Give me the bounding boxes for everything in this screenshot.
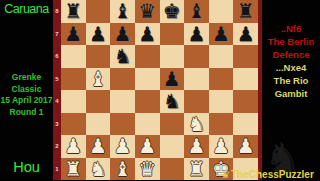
square-f2: ♟ — [184, 135, 209, 158]
piece-black-pawn: ♟ — [135, 23, 160, 46]
annotation-line: Defence — [262, 48, 320, 61]
piece-white-pawn: ♟ — [110, 135, 135, 158]
square-g2: ♟ — [209, 135, 234, 158]
channel-watermark: ♛ TheChessPuzzler — [221, 169, 314, 180]
square-d4 — [135, 90, 160, 113]
square-g4 — [209, 90, 234, 113]
piece-black-king: ♚ — [160, 0, 185, 23]
square-e6 — [160, 45, 185, 68]
piece-white-knight: ♞ — [86, 158, 111, 181]
square-h6 — [233, 45, 258, 68]
move-annotations: ..Nf6The BerlinDefence...Nxe4The RioGamb… — [262, 22, 320, 100]
square-f6 — [184, 45, 209, 68]
piece-black-knight: ♞ — [160, 90, 185, 113]
square-h8: ♜ — [233, 0, 258, 23]
event-line: Round 1 — [0, 107, 53, 119]
piece-black-pawn: ♟ — [86, 23, 111, 46]
piece-black-pawn: ♟ — [233, 23, 258, 46]
square-b4 — [86, 90, 111, 113]
piece-white-bishop: ♝ — [86, 68, 111, 91]
square-e2 — [160, 135, 185, 158]
square-h2: ♟ — [233, 135, 258, 158]
rank-label-7: 7 — [53, 23, 61, 46]
rank-label-1: 1 — [53, 158, 61, 181]
square-g7: ♟ — [209, 23, 234, 46]
chess-board-frame: 87654321 ♜♝♛♚♝♜♟♟♟♟♟♟♟♞♝♟♞♞♟♟♟♟♟♟♟♜♞♝♛♜♚ — [53, 0, 262, 180]
square-c1: ♝ — [110, 158, 135, 181]
square-a3 — [61, 113, 86, 136]
square-f5 — [184, 68, 209, 91]
piece-white-pawn: ♟ — [209, 135, 234, 158]
square-d6 — [135, 45, 160, 68]
square-a4 — [61, 90, 86, 113]
square-h4 — [233, 90, 258, 113]
square-c6: ♞ — [110, 45, 135, 68]
square-e1 — [160, 158, 185, 181]
square-g3 — [209, 113, 234, 136]
square-b2: ♟ — [86, 135, 111, 158]
square-d5 — [135, 68, 160, 91]
square-a7: ♟ — [61, 23, 86, 46]
crown-icon: ♛ — [221, 169, 230, 180]
square-c7: ♟ — [110, 23, 135, 46]
square-c3 — [110, 113, 135, 136]
rank-label-6: 6 — [53, 45, 61, 68]
square-b5: ♝ — [86, 68, 111, 91]
event-line: Grenke — [0, 72, 53, 84]
rank-label-4: 4 — [53, 90, 61, 113]
square-a8: ♜ — [61, 0, 86, 23]
event-line: 15 April 2017 — [0, 95, 53, 107]
square-f1: ♜ — [184, 158, 209, 181]
square-f4 — [184, 90, 209, 113]
piece-white-pawn: ♟ — [86, 135, 111, 158]
annotation-line: ..Nf6 — [262, 22, 320, 35]
square-d7: ♟ — [135, 23, 160, 46]
square-e5: ♟ — [160, 68, 185, 91]
rank-label-5: 5 — [53, 68, 61, 91]
square-e3 — [160, 113, 185, 136]
left-info-panel: Caruana GrenkeClassic15 April 2017Round … — [0, 0, 53, 180]
square-e8: ♚ — [160, 0, 185, 23]
square-g8 — [209, 0, 234, 23]
square-b8 — [86, 0, 111, 23]
piece-black-rook: ♜ — [61, 0, 86, 23]
chess-board: ♜♝♛♚♝♜♟♟♟♟♟♟♟♞♝♟♞♞♟♟♟♟♟♟♟♜♞♝♛♜♚ — [61, 0, 258, 180]
square-b7: ♟ — [86, 23, 111, 46]
square-e4: ♞ — [160, 90, 185, 113]
square-g6 — [209, 45, 234, 68]
player-name-bottom: Hou — [0, 159, 53, 175]
square-d2: ♟ — [135, 135, 160, 158]
piece-black-rook: ♜ — [233, 0, 258, 23]
square-c4 — [110, 90, 135, 113]
event-info: GrenkeClassic15 April 2017Round 1 — [0, 72, 53, 118]
square-e7 — [160, 23, 185, 46]
video-frame: Caruana GrenkeClassic15 April 2017Round … — [0, 0, 320, 180]
square-d3 — [135, 113, 160, 136]
right-annotation-panel: ..Nf6The BerlinDefence...Nxe4The RioGamb… — [262, 0, 320, 180]
piece-black-pawn: ♟ — [184, 23, 209, 46]
event-line: Classic — [0, 84, 53, 96]
square-f3: ♞ — [184, 113, 209, 136]
channel-name: TheChessPuzzler — [231, 169, 314, 180]
piece-white-rook: ♜ — [184, 158, 209, 181]
piece-white-pawn: ♟ — [233, 135, 258, 158]
annotation-line: The Rio — [262, 74, 320, 87]
square-h5 — [233, 68, 258, 91]
player-name-top: Caruana — [0, 2, 53, 16]
annotation-line: ...Nxe4 — [262, 61, 320, 74]
square-c8: ♝ — [110, 0, 135, 23]
piece-white-pawn: ♟ — [184, 135, 209, 158]
annotation-line: Gambit — [262, 87, 320, 100]
square-a1: ♜ — [61, 158, 86, 181]
rank-labels: 87654321 — [53, 0, 61, 180]
square-b3 — [86, 113, 111, 136]
piece-black-pawn: ♟ — [160, 68, 185, 91]
square-b1: ♞ — [86, 158, 111, 181]
square-b6 — [86, 45, 111, 68]
piece-black-bishop: ♝ — [110, 0, 135, 23]
annotation-line: The Berlin — [262, 35, 320, 48]
square-g5 — [209, 68, 234, 91]
piece-white-pawn: ♟ — [135, 135, 160, 158]
piece-black-pawn: ♟ — [209, 23, 234, 46]
square-h3 — [233, 113, 258, 136]
square-d8: ♛ — [135, 0, 160, 23]
square-a6 — [61, 45, 86, 68]
square-a2: ♟ — [61, 135, 86, 158]
piece-black-pawn: ♟ — [110, 23, 135, 46]
square-h7: ♟ — [233, 23, 258, 46]
rank-label-2: 2 — [53, 135, 61, 158]
square-c5 — [110, 68, 135, 91]
square-f8: ♝ — [184, 0, 209, 23]
square-d1: ♛ — [135, 158, 160, 181]
piece-white-rook: ♜ — [61, 158, 86, 181]
rank-label-3: 3 — [53, 113, 61, 136]
piece-white-knight: ♞ — [184, 113, 209, 136]
square-f7: ♟ — [184, 23, 209, 46]
piece-black-bishop: ♝ — [184, 0, 209, 23]
piece-white-queen: ♛ — [135, 158, 160, 181]
piece-white-bishop: ♝ — [110, 158, 135, 181]
piece-black-knight: ♞ — [110, 45, 135, 68]
square-a5 — [61, 68, 86, 91]
piece-black-pawn: ♟ — [61, 23, 86, 46]
rank-label-8: 8 — [53, 0, 61, 23]
square-c2: ♟ — [110, 135, 135, 158]
piece-white-pawn: ♟ — [61, 135, 86, 158]
piece-black-queen: ♛ — [135, 0, 160, 23]
